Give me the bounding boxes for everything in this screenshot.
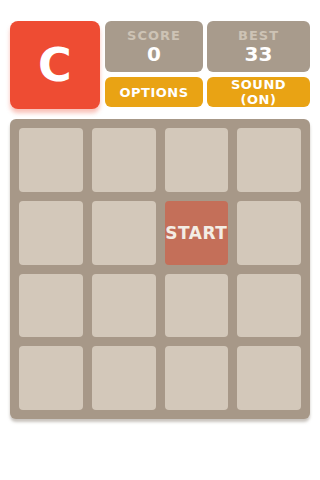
board-cell [237,346,301,410]
board-cell [19,346,83,410]
app-screen: C SCORE 0 BEST 33 OPTIONS SOUND (ON) STA… [0,0,320,480]
score-label: SCORE [127,28,181,43]
board[interactable]: START [10,119,310,419]
board-cell [237,128,301,192]
sound-toggle-button[interactable]: SOUND (ON) [207,77,310,107]
app-logo-letter: C [38,42,72,88]
board-cell [237,201,301,265]
board-cell [165,346,229,410]
score-box: SCORE 0 [105,21,203,72]
best-value: 33 [245,44,273,65]
best-box: BEST 33 [207,21,310,72]
board-cell [165,274,229,338]
board-cell [92,346,156,410]
board-cell [92,128,156,192]
board-cell [19,201,83,265]
score-value: 0 [147,44,161,65]
options-button[interactable]: OPTIONS [105,77,203,107]
start-tile[interactable]: START [165,201,229,265]
board-cell [19,274,83,338]
board-cell [92,274,156,338]
board-cell [237,274,301,338]
board-cell [92,201,156,265]
board-cell [19,128,83,192]
app-logo: C [10,21,100,109]
board-cell [165,128,229,192]
best-label: BEST [238,28,279,43]
